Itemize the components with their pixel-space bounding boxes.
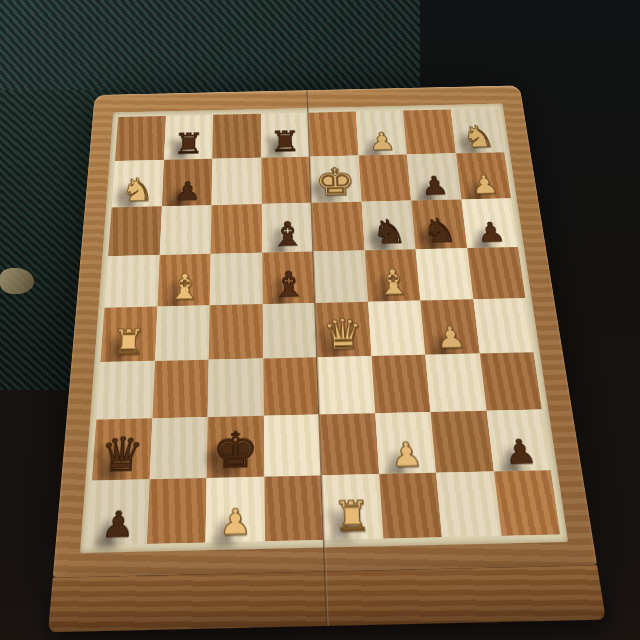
piece-light-pawn-f2[interactable]: ♟ — [376, 437, 435, 472]
square-d8[interactable]: ♜ — [261, 113, 310, 158]
piece-light-rook-a4[interactable]: ♜ — [101, 324, 157, 360]
square-h5[interactable] — [467, 247, 526, 299]
piece-dark-rook-d8[interactable]: ♜ — [261, 127, 310, 156]
square-a2[interactable]: ♛ — [92, 418, 152, 480]
piece-light-bishop-b5[interactable]: ♝ — [157, 269, 210, 305]
square-g1[interactable] — [436, 472, 501, 538]
square-a7[interactable]: ♞ — [112, 160, 164, 207]
piece-light-rook-e1[interactable]: ♜ — [322, 495, 383, 538]
square-d7[interactable] — [261, 157, 311, 204]
square-c7[interactable] — [211, 158, 261, 205]
square-e3[interactable] — [317, 356, 375, 415]
square-e4[interactable]: ♛ — [315, 302, 371, 357]
piece-dark-rook-b8[interactable]: ♜ — [164, 129, 213, 158]
photo-scene: ♜♜♟♞♞♟♚♟♟♝♞♞♟♝♝♝♜♛♟♛♚♟♟♟♟♜ — [0, 0, 640, 640]
square-c5[interactable] — [210, 253, 263, 306]
piece-light-knight-h8[interactable]: ♞ — [452, 121, 504, 152]
piece-light-knight-a7[interactable]: ♞ — [112, 173, 163, 206]
square-d6[interactable]: ♝ — [261, 203, 313, 253]
square-e8[interactable] — [308, 112, 358, 157]
square-f8[interactable]: ♟ — [355, 111, 406, 156]
square-e6[interactable] — [311, 202, 364, 252]
square-a5[interactable] — [104, 255, 159, 308]
square-a8[interactable] — [115, 116, 166, 161]
square-g3[interactable] — [425, 353, 486, 412]
square-b4[interactable] — [155, 305, 210, 361]
piece-dark-pawn-h2[interactable]: ♟ — [489, 435, 550, 470]
square-g2[interactable] — [431, 411, 494, 473]
square-h2[interactable]: ♟ — [486, 410, 551, 472]
square-b1[interactable] — [146, 478, 206, 544]
square-e2[interactable] — [319, 413, 379, 475]
square-g6[interactable]: ♞ — [411, 199, 467, 249]
square-e7[interactable]: ♚ — [310, 156, 362, 203]
square-c3[interactable] — [208, 358, 264, 417]
piece-dark-bishop-d5[interactable]: ♝ — [262, 266, 315, 302]
square-f3[interactable] — [371, 355, 430, 414]
square-b7[interactable]: ♟ — [162, 159, 213, 206]
piece-dark-knight-g6[interactable]: ♞ — [412, 213, 466, 247]
piece-light-queen-e4[interactable]: ♛ — [315, 313, 371, 356]
piece-dark-king-c2[interactable]: ♚ — [207, 426, 264, 476]
piece-light-pawn-c1[interactable]: ♟ — [206, 503, 265, 540]
square-b6[interactable] — [159, 205, 211, 255]
square-b3[interactable] — [152, 360, 209, 419]
piece-light-pawn-h7[interactable]: ♟ — [458, 171, 511, 198]
square-g8[interactable] — [403, 109, 456, 154]
square-g7[interactable]: ♟ — [407, 153, 461, 200]
piece-dark-knight-f6[interactable]: ♞ — [362, 215, 415, 249]
square-d2[interactable] — [263, 415, 321, 477]
piece-light-king-e7[interactable]: ♚ — [310, 163, 361, 201]
square-h6[interactable]: ♟ — [461, 198, 518, 248]
square-c8[interactable] — [212, 114, 261, 159]
square-b8[interactable]: ♜ — [164, 115, 213, 160]
square-f4[interactable] — [368, 301, 426, 356]
piece-light-pawn-f8[interactable]: ♟ — [357, 129, 407, 154]
piece-dark-pawn-a1[interactable]: ♟ — [87, 506, 148, 543]
square-f2[interactable]: ♟ — [375, 412, 436, 474]
board-frame: ♜♜♟♞♞♟♚♟♟♝♞♞♟♝♝♝♜♛♟♛♚♟♟♟♟♜ — [53, 85, 597, 577]
piece-dark-queen-a2[interactable]: ♛ — [92, 431, 151, 479]
square-a4[interactable]: ♜ — [100, 307, 157, 363]
piece-light-pawn-g4[interactable]: ♟ — [422, 322, 479, 353]
square-c1[interactable]: ♟ — [205, 477, 264, 543]
square-f1[interactable] — [379, 473, 442, 539]
square-d3[interactable] — [263, 357, 319, 416]
board-grid: ♜♜♟♞♞♟♚♟♟♝♞♞♟♝♝♝♜♛♟♛♚♟♟♟♟♜ — [87, 108, 560, 545]
square-h3[interactable] — [479, 352, 542, 411]
square-f5[interactable]: ♝ — [364, 249, 420, 301]
square-h7[interactable]: ♟ — [456, 152, 511, 199]
square-a6[interactable] — [108, 206, 161, 256]
square-d4[interactable] — [262, 303, 317, 358]
board-border-strip: ♜♜♟♞♞♟♚♟♟♝♞♞♟♝♝♝♜♛♟♛♚♟♟♟♟♜ — [80, 103, 568, 553]
square-g5[interactable] — [416, 248, 473, 300]
square-c6[interactable] — [211, 204, 262, 254]
board-perspective-wrapper: ♜♜♟♞♞♟♚♟♟♝♞♞♟♝♝♝♜♛♟♛♚♟♟♟♟♜ — [0, 0, 640, 640]
square-a3[interactable] — [96, 361, 154, 420]
square-a1[interactable]: ♟ — [87, 479, 149, 545]
square-h4[interactable] — [473, 298, 534, 353]
square-f7[interactable] — [358, 154, 411, 201]
square-d5[interactable]: ♝ — [262, 252, 315, 305]
square-g4[interactable]: ♟ — [420, 299, 479, 354]
piece-light-bishop-f5[interactable]: ♝ — [365, 264, 420, 300]
square-e1[interactable]: ♜ — [321, 474, 383, 540]
square-b2[interactable] — [149, 417, 207, 479]
chess-board: ♜♜♟♞♞♟♚♟♟♝♞♞♟♝♝♝♜♛♟♛♚♟♟♟♟♜ — [48, 85, 606, 632]
square-f6[interactable]: ♞ — [361, 201, 415, 251]
piece-dark-pawn-h6[interactable]: ♟ — [463, 219, 517, 247]
square-e5[interactable] — [313, 250, 368, 303]
board-tilt-wrapper: ♜♜♟♞♞♟♚♟♟♝♞♞♟♝♝♝♜♛♟♛♚♟♟♟♟♜ — [0, 0, 640, 640]
piece-dark-pawn-g7[interactable]: ♟ — [409, 172, 461, 199]
square-b5[interactable]: ♝ — [157, 254, 211, 307]
square-d1[interactable] — [264, 475, 324, 541]
piece-dark-pawn-b7[interactable]: ♟ — [162, 178, 212, 205]
square-c2[interactable]: ♚ — [207, 416, 264, 478]
square-h8[interactable]: ♞ — [450, 108, 504, 153]
piece-dark-bishop-d6[interactable]: ♝ — [262, 217, 314, 251]
square-h1[interactable] — [493, 470, 560, 536]
square-c4[interactable] — [209, 304, 263, 360]
